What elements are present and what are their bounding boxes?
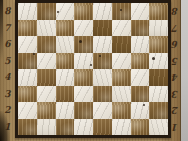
rank-cell-right-6: 6	[171, 36, 180, 53]
board-square-g8[interactable]	[131, 3, 150, 20]
rank-cell-right-4: 4	[171, 69, 180, 86]
board-square-f7[interactable]	[112, 20, 131, 37]
board-square-e6[interactable]	[93, 36, 112, 53]
board-square-f5[interactable]	[112, 53, 131, 70]
wood-knot-speck	[79, 40, 82, 43]
corner-shadow	[0, 111, 10, 141]
board-square-a8[interactable]	[18, 3, 37, 20]
rank-label-right-6: 6	[172, 39, 178, 50]
rank-cell-right-5: 5	[171, 53, 180, 70]
board-square-h3[interactable]	[149, 86, 168, 103]
board-square-d5[interactable]	[74, 53, 93, 70]
board-square-a6[interactable]	[18, 36, 37, 53]
board-square-f3[interactable]	[112, 86, 131, 103]
wood-knot-speck	[99, 55, 101, 57]
wood-knot-speck	[143, 104, 145, 106]
board-square-b6[interactable]	[37, 36, 56, 53]
board-square-g3[interactable]	[131, 86, 150, 103]
board-square-g4[interactable]	[131, 69, 150, 86]
board-square-b5[interactable]	[37, 53, 56, 70]
wood-knot-speck	[57, 11, 59, 13]
board-square-a4[interactable]	[18, 69, 37, 86]
board-square-f6[interactable]	[112, 36, 131, 53]
board-square-h8[interactable]	[149, 3, 168, 20]
rank-label-left-7: 7	[4, 23, 10, 34]
board-square-b7[interactable]	[37, 20, 56, 37]
rank-label-left-8: 8	[4, 6, 10, 17]
board-square-e7[interactable]	[93, 20, 112, 37]
board-square-d7[interactable]	[74, 20, 93, 37]
rank-label-right-4: 4	[172, 72, 178, 83]
rank-cell-left-8: 8	[1, 3, 14, 20]
rank-label-right-3: 3	[172, 89, 178, 100]
chess-board	[15, 0, 171, 138]
rank-label-left-5: 5	[4, 56, 10, 67]
wood-knot-speck	[120, 9, 122, 11]
board-square-c4[interactable]	[56, 69, 75, 86]
rank-label-left-6: 6	[4, 39, 10, 50]
wood-knot-speck	[33, 53, 35, 55]
board-square-g6[interactable]	[131, 36, 150, 53]
rank-label-right-5: 5	[172, 56, 178, 67]
board-square-h7[interactable]	[149, 20, 168, 37]
board-square-b1[interactable]	[37, 119, 56, 136]
board-square-e4[interactable]	[93, 69, 112, 86]
rank-cell-right-2: 2	[171, 102, 180, 119]
board-square-d2[interactable]	[74, 102, 93, 119]
chessboard-photo: 87654321 87654321	[0, 0, 188, 141]
board-square-b3[interactable]	[37, 86, 56, 103]
board-square-c3[interactable]	[56, 86, 75, 103]
board-square-f8[interactable]	[112, 3, 131, 20]
board-square-c6[interactable]	[56, 36, 75, 53]
rank-cell-left-7: 7	[1, 20, 14, 37]
board-square-c5[interactable]	[56, 53, 75, 70]
rank-label-left-3: 3	[4, 89, 10, 100]
board-square-e2[interactable]	[93, 102, 112, 119]
board-square-e3[interactable]	[93, 86, 112, 103]
board-square-d1[interactable]	[74, 119, 93, 136]
rank-label-right-2: 2	[172, 105, 178, 116]
board-square-c2[interactable]	[56, 102, 75, 119]
rank-labels-right: 87654321	[171, 3, 180, 135]
board-square-h4[interactable]	[149, 69, 168, 86]
rank-cell-left-6: 6	[1, 36, 14, 53]
board-square-d8[interactable]	[74, 3, 93, 20]
board-square-c1[interactable]	[56, 119, 75, 136]
rank-label-left-4: 4	[4, 72, 10, 83]
rank-cell-right-3: 3	[171, 86, 180, 103]
board-square-f1[interactable]	[112, 119, 131, 136]
board-square-b8[interactable]	[37, 3, 56, 20]
board-square-h2[interactable]	[149, 102, 168, 119]
rank-label-right-8: 8	[172, 6, 178, 17]
board-square-d3[interactable]	[74, 86, 93, 103]
wood-knot-speck	[90, 64, 92, 66]
board-square-a1[interactable]	[18, 119, 37, 136]
rank-cell-right-7: 7	[171, 20, 180, 37]
board-square-e1[interactable]	[93, 119, 112, 136]
board-square-a3[interactable]	[18, 86, 37, 103]
board-square-h5[interactable]	[149, 53, 168, 70]
board-square-b4[interactable]	[37, 69, 56, 86]
board-square-a7[interactable]	[18, 20, 37, 37]
board-square-f4[interactable]	[112, 69, 131, 86]
board-square-g1[interactable]	[131, 119, 150, 136]
rank-label-right-1: 1	[172, 122, 178, 133]
rank-cell-right-8: 8	[171, 3, 180, 20]
board-square-f2[interactable]	[112, 102, 131, 119]
board-square-g2[interactable]	[131, 102, 150, 119]
board-square-d4[interactable]	[74, 69, 93, 86]
board-square-a2[interactable]	[18, 102, 37, 119]
rank-cell-right-1: 1	[171, 119, 180, 136]
board-square-g7[interactable]	[131, 20, 150, 37]
board-square-h1[interactable]	[149, 119, 168, 136]
board-square-e5[interactable]	[93, 53, 112, 70]
board-square-c7[interactable]	[56, 20, 75, 37]
board-square-e8[interactable]	[93, 3, 112, 20]
board-square-d6[interactable]	[74, 36, 93, 53]
board-square-h6[interactable]	[149, 36, 168, 53]
rank-cell-left-3: 3	[1, 86, 14, 103]
rank-cell-left-4: 4	[1, 69, 14, 86]
board-square-g5[interactable]	[131, 53, 150, 70]
rank-label-right-7: 7	[172, 23, 178, 34]
rank-cell-left-5: 5	[1, 53, 14, 70]
board-square-b2[interactable]	[37, 102, 56, 119]
wood-knot-speck	[152, 57, 155, 60]
